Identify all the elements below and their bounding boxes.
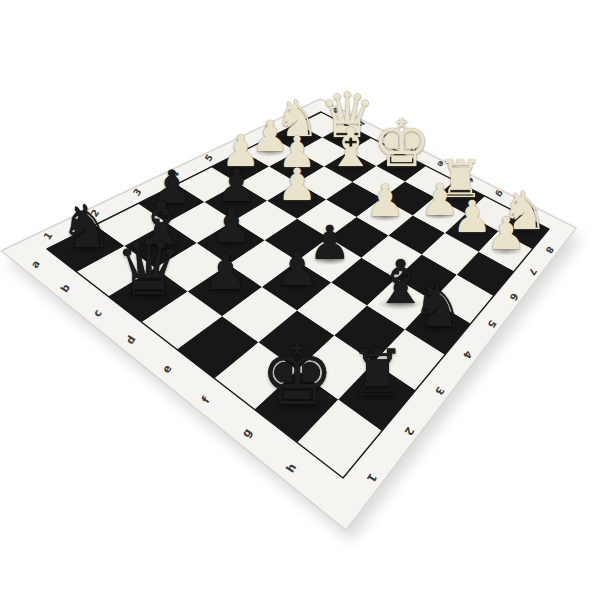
piece-white-pawn-c5[interactable]: ♟: [277, 163, 317, 208]
chess-set-product-photo: abcdefghabcdefgh1234567812345678 ♛♚♜♞♞♝♟…: [0, 0, 600, 600]
piece-black-knight-a1[interactable]: ♞: [60, 198, 113, 257]
piece-white-pawn-e6[interactable]: ♟: [365, 179, 405, 224]
piece-black-rook-h2[interactable]: ♜: [349, 342, 406, 405]
piece-black-pawn-e3[interactable]: ♟: [276, 244, 319, 292]
piece-white-pawn-h7[interactable]: ♟: [486, 213, 526, 258]
piece-black-queen-c1[interactable]: ♛: [115, 230, 183, 306]
piece-white-king-d8[interactable]: ♚: [372, 111, 431, 177]
piece-black-knight-h4[interactable]: ♞: [412, 277, 465, 336]
piece-black-king-g1[interactable]: ♚: [260, 335, 335, 418]
piece-white-bishop-c7[interactable]: ♝: [327, 121, 375, 175]
piece-black-pawn-d2[interactable]: ♟: [204, 248, 248, 297]
